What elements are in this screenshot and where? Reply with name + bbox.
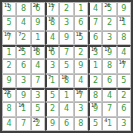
cell-digit: 5 [7, 19, 12, 27]
cell-digit: 2 [7, 62, 12, 70]
cell-digit: 3 [50, 62, 55, 70]
cell-r1c4[interactable]: 3 [59, 16, 73, 30]
cell-r0c4[interactable]: 2 [59, 2, 73, 16]
cell-r5c8[interactable]: 5 [117, 74, 131, 88]
cage-sum-label: 11 [4, 3, 9, 8]
cell-r1c7[interactable]: 2 [102, 16, 116, 30]
cell-digit: 9 [50, 120, 55, 128]
cell-r6c5[interactable]: 167 [74, 88, 88, 102]
cage-sum-label: 10 [4, 32, 9, 37]
cell-digit: 6 [64, 120, 69, 128]
cell-digit: 6 [78, 19, 83, 27]
cage-sum-label: 20 [18, 47, 23, 52]
cell-digit: 1 [93, 62, 98, 70]
cell-digit: 1 [7, 49, 12, 57]
cell-digit: 8 [121, 34, 126, 42]
cell-r0c3[interactable]: 117 [45, 2, 59, 16]
cell-r3c6[interactable]: 163 [88, 45, 102, 59]
cell-r0c8[interactable]: 9 [117, 2, 131, 16]
cell-r8c4[interactable]: 6 [59, 117, 73, 131]
cell-r8c0[interactable]: 4 [2, 117, 16, 131]
cell-r1c0[interactable]: 5 [2, 16, 16, 30]
cell-r4c8[interactable]: 147 [117, 59, 131, 73]
cage-sum-label: 14 [119, 60, 124, 65]
cell-r3c5[interactable]: 2 [74, 45, 88, 59]
cell-digit: 2 [50, 105, 55, 113]
cell-r4c0[interactable]: 2 [2, 59, 16, 73]
cage-sum-label: 18 [61, 75, 66, 80]
cell-digit: 4 [93, 5, 98, 13]
cell-digit: 7 [64, 49, 69, 57]
cell-r4c5[interactable]: 9 [74, 59, 88, 73]
cell-digit: 9 [78, 62, 83, 70]
cell-r3c0[interactable]: 1 [2, 45, 16, 59]
cell-digit: 2 [121, 92, 126, 100]
cage-sum-label: 7 [18, 32, 21, 37]
cell-digit: 2 [107, 19, 112, 27]
cell-digit: 7 [107, 105, 112, 113]
cell-digit: 6 [93, 34, 98, 42]
cage-sum-label: 13 [48, 47, 53, 52]
cell-r8c5[interactable]: 8 [74, 117, 88, 131]
cell-digit: 9 [21, 92, 26, 100]
cell-digit: 3 [64, 19, 69, 27]
cell-r7c1[interactable]: 161 [16, 102, 30, 116]
cell-digit: 8 [21, 5, 26, 13]
cage-sum-label: 16 [18, 103, 23, 108]
cell-r2c2[interactable]: 1 [31, 31, 45, 45]
cell-r6c2[interactable]: 3 [31, 88, 45, 102]
cell-digit: 2 [21, 34, 26, 42]
cell-digit: 9 [121, 5, 126, 13]
cell-r4c6[interactable]: 1 [88, 59, 102, 73]
cell-r2c4[interactable]: 9 [59, 31, 73, 45]
cell-r1c1[interactable]: 4 [16, 16, 30, 30]
cell-r0c1[interactable]: 8 [16, 2, 30, 16]
cell-r3c3[interactable]: 136 [45, 45, 59, 59]
cell-digit: 4 [50, 34, 55, 42]
cell-r3c2[interactable]: 168 [31, 45, 45, 59]
cell-r4c2[interactable]: 4 [31, 59, 45, 73]
cell-digit: 3 [78, 105, 83, 113]
cell-r6c7[interactable]: 4 [102, 88, 116, 102]
cage-sum-label: 17 [104, 47, 109, 52]
cell-digit: 6 [107, 77, 112, 85]
cell-r5c5[interactable]: 4 [74, 74, 88, 88]
cell-r4c3[interactable]: 3 [45, 59, 59, 73]
cell-r5c4[interactable]: 188 [59, 74, 73, 88]
cell-r1c6[interactable]: 7 [88, 16, 102, 30]
cell-r7c2[interactable]: 5 [31, 102, 45, 116]
cell-r0c7[interactable]: 265 [102, 2, 116, 16]
cell-r2c7[interactable]: 3 [102, 31, 116, 45]
cage-sum-label: 4 [104, 118, 107, 123]
cage-sum-label: 16 [33, 47, 38, 52]
cell-digit: 8 [78, 120, 83, 128]
cell-digit: 9 [35, 19, 40, 27]
cell-r0c6[interactable]: 4 [88, 2, 102, 16]
cell-r4c1[interactable]: 6 [16, 59, 30, 73]
cell-r4c7[interactable]: 8 [102, 59, 116, 73]
cell-digit: 5 [93, 120, 98, 128]
cell-digit: 8 [93, 92, 98, 100]
cell-r2c5[interactable]: 135 [74, 31, 88, 45]
cell-r0c0[interactable]: 113 [2, 2, 16, 16]
cell-digit: 3 [121, 120, 126, 128]
cell-digit: 3 [21, 77, 26, 85]
cell-r1c5[interactable]: 6 [74, 16, 88, 30]
cell-digit: 7 [93, 19, 98, 27]
cell-r6c4[interactable]: 1 [59, 88, 73, 102]
cage-sum-label: 24 [33, 3, 38, 8]
cell-digit: 9 [64, 34, 69, 42]
cage-sum-label: 11 [48, 3, 53, 8]
cage-sum-label: 25 [33, 118, 38, 123]
cell-r8c7[interactable]: 41 [102, 117, 116, 131]
cell-digit: 1 [107, 120, 112, 128]
cell-r0c2[interactable]: 246 [31, 2, 45, 16]
cell-r6c1[interactable]: 9 [16, 88, 30, 102]
cell-r5c6[interactable]: 2 [88, 74, 102, 88]
cell-digit: 5 [64, 62, 69, 70]
cage-sum-label: 17 [48, 17, 53, 22]
cell-r7c0[interactable]: 8 [2, 102, 16, 116]
cell-r8c1[interactable]: 7 [16, 117, 30, 131]
cage-sum-label: 26 [104, 3, 109, 8]
cage-sum-label: 13 [76, 32, 81, 37]
cell-r6c6[interactable]: 8 [88, 88, 102, 102]
cell-digit: 6 [121, 105, 126, 113]
cell-digit: 4 [35, 62, 40, 70]
cell-r6c3[interactable]: 5 [45, 88, 59, 102]
cell-r5c3[interactable]: 71 [45, 74, 59, 88]
cell-digit: 7 [35, 77, 40, 85]
cell-digit: 2 [78, 49, 83, 57]
cell-digit: 4 [7, 120, 12, 128]
cell-digit: 2 [93, 77, 98, 85]
cell-r3c8[interactable]: 4 [117, 45, 131, 59]
cell-r7c8[interactable]: 6 [117, 102, 131, 116]
cell-r1c3[interactable]: 178 [45, 16, 59, 30]
cell-digit: 8 [7, 105, 12, 113]
cell-r5c1[interactable]: 3 [16, 74, 30, 88]
cell-r2c0[interactable]: 107 [2, 31, 16, 45]
cell-r7c6[interactable]: 179 [88, 102, 102, 116]
cell-digit: 9 [7, 77, 12, 85]
cell-r8c6[interactable]: 5 [88, 117, 102, 131]
cell-r2c1[interactable]: 72 [16, 31, 30, 45]
cell-r2c8[interactable]: 8 [117, 31, 131, 45]
cell-r1c2[interactable]: 9 [31, 16, 45, 30]
cell-digit: 5 [121, 77, 126, 85]
cage-sum-label: 16 [91, 47, 96, 52]
sudoku-board: 1138246117214265954917836721211077214913… [0, 0, 133, 133]
cage-sum-label: 7 [48, 75, 51, 80]
cell-r6c0[interactable]: 236 [2, 88, 16, 102]
cell-digit: 3 [107, 34, 112, 42]
cage-sum-label: 16 [76, 90, 81, 95]
cell-digit: 1 [35, 34, 40, 42]
cage-sum-label: 23 [4, 90, 9, 95]
cell-r3c4[interactable]: 7 [59, 45, 73, 59]
cell-r7c5[interactable]: 3 [74, 102, 88, 116]
cell-r2c3[interactable]: 4 [45, 31, 59, 45]
cell-r6c8[interactable]: 2 [117, 88, 131, 102]
cell-r8c3[interactable]: 9 [45, 117, 59, 131]
cell-r5c2[interactable]: 7 [31, 74, 45, 88]
cell-digit: 4 [121, 49, 126, 57]
cell-r8c2[interactable]: 252 [31, 117, 45, 131]
cell-r2c6[interactable]: 6 [88, 31, 102, 45]
cell-r3c7[interactable]: 179 [102, 45, 116, 59]
cell-digit: 3 [35, 92, 40, 100]
cell-digit: 5 [50, 92, 55, 100]
cell-r3c1[interactable]: 205 [16, 45, 30, 59]
cage-sum-label: 12 [119, 17, 124, 22]
cell-r0c5[interactable]: 1 [74, 2, 88, 16]
cell-r8c8[interactable]: 3 [117, 117, 131, 131]
cell-r7c7[interactable]: 7 [102, 102, 116, 116]
cell-r5c0[interactable]: 9 [2, 74, 16, 88]
cell-r4c4[interactable]: 5 [59, 59, 73, 73]
cell-digit: 1 [78, 5, 83, 13]
cell-digit: 4 [78, 77, 83, 85]
cell-digit: 8 [107, 62, 112, 70]
cell-r1c8[interactable]: 121 [117, 16, 131, 30]
cell-digit: 1 [64, 92, 69, 100]
cell-r7c3[interactable]: 2 [45, 102, 59, 116]
cage-sum-label: 17 [91, 103, 96, 108]
cell-digit: 4 [64, 105, 69, 113]
cell-digit: 4 [21, 19, 26, 27]
cell-digit: 2 [64, 5, 69, 13]
cell-digit: 5 [35, 105, 40, 113]
cell-digit: 7 [21, 120, 26, 128]
cell-r5c7[interactable]: 6 [102, 74, 116, 88]
cell-r7c4[interactable]: 4 [59, 102, 73, 116]
cell-digit: 4 [107, 92, 112, 100]
cell-digit: 6 [21, 62, 26, 70]
